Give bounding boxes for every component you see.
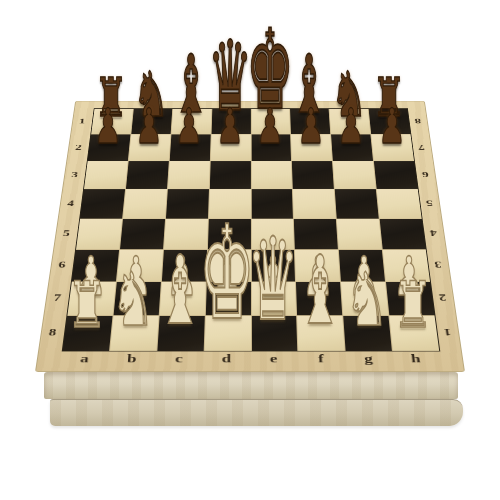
white-rook-h8[interactable]: ♜ — [393, 274, 433, 337]
white-knight-b8[interactable]: ♞ — [112, 263, 155, 337]
white-bishop-c8[interactable]: ♝ — [158, 243, 203, 337]
black-pawn-a2[interactable]: ♟ — [95, 103, 122, 152]
white-knight-g8[interactable]: ♞ — [345, 263, 388, 337]
black-pawn-c2[interactable]: ♟ — [176, 103, 203, 152]
white-queen-e8[interactable]: ♛ — [247, 223, 299, 337]
chess-set-photo: 1234567887654321abcdefgh ♜♞♝♚♛♝♞♜♟♟♟♟♟♟♟… — [0, 0, 500, 500]
black-pawn-e2[interactable]: ♟ — [257, 103, 284, 152]
square-b3[interactable] — [126, 161, 169, 189]
square-f4[interactable] — [293, 189, 336, 218]
black-pawn-h2[interactable]: ♟ — [378, 103, 405, 152]
black-pawn-g2[interactable]: ♟ — [337, 103, 364, 152]
black-pawn-d2[interactable]: ♟ — [216, 103, 243, 152]
square-c3[interactable] — [168, 161, 210, 189]
square-a4[interactable] — [80, 189, 125, 218]
white-bishop-f8[interactable]: ♝ — [297, 243, 342, 337]
square-d3[interactable] — [209, 161, 250, 189]
square-a3[interactable] — [84, 161, 128, 189]
square-b4[interactable] — [123, 189, 167, 218]
white-rook-a8[interactable]: ♜ — [67, 274, 107, 337]
square-e3[interactable] — [251, 161, 292, 189]
box-base — [50, 399, 463, 426]
square-f3[interactable] — [292, 161, 334, 189]
square-g3[interactable] — [333, 161, 376, 189]
black-pawn-b2[interactable]: ♟ — [135, 103, 162, 152]
box-lid-edge — [44, 372, 458, 399]
square-g4[interactable] — [335, 189, 379, 218]
square-h4[interactable] — [377, 189, 422, 218]
black-pawn-f2[interactable]: ♟ — [297, 103, 324, 152]
square-h3[interactable] — [374, 161, 418, 189]
